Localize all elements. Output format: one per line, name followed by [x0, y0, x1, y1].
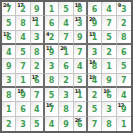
- cell-r4c5[interactable]: 201: [59, 45, 73, 59]
- cell-digit: 5: [92, 105, 98, 113]
- cell-r4c6[interactable]: 7: [74, 45, 88, 59]
- cell-r4c3[interactable]: 8: [31, 45, 45, 59]
- cell-digit: 8: [34, 48, 40, 56]
- cell-r3c7[interactable]: 131: [88, 31, 102, 45]
- cell-r3c9[interactable]: 8: [117, 31, 131, 45]
- cell-digit: 6: [92, 5, 98, 13]
- cell-r4c4[interactable]: 119: [45, 45, 59, 59]
- cell-r9c5[interactable]: 9: [59, 117, 73, 131]
- cell-digit: 1: [20, 76, 26, 84]
- cell-digit: 8: [106, 120, 112, 128]
- cell-r8c5[interactable]: 8: [59, 102, 73, 116]
- cell-digit: 7: [121, 76, 127, 84]
- cell-r9c8[interactable]: 8: [102, 117, 116, 131]
- cell-r7c7[interactable]: 2: [88, 88, 102, 102]
- cell-digit: 8: [92, 62, 98, 70]
- cell-digit: 6: [6, 33, 12, 41]
- cell-r4c9[interactable]: 6: [117, 45, 131, 59]
- cell-digit: 1: [6, 105, 12, 113]
- cell-r8c7[interactable]: 5: [88, 102, 102, 116]
- cell-r7c6[interactable]: 111: [74, 88, 88, 102]
- cell-r3c2[interactable]: 4: [16, 31, 30, 45]
- cell-r8c3[interactable]: 4: [31, 102, 45, 116]
- cell-r8c4[interactable]: 167: [45, 102, 59, 116]
- cell-digit: 5: [20, 48, 26, 56]
- cell-digit: 2: [6, 120, 12, 128]
- cell-digit: 5: [49, 91, 55, 99]
- cell-r6c9[interactable]: 7: [117, 74, 131, 88]
- cell-digit: 9: [63, 120, 69, 128]
- cell-r7c5[interactable]: 3: [59, 88, 73, 102]
- cell-digit: 9: [49, 48, 55, 56]
- cell-r8c9[interactable]: 129: [117, 102, 131, 116]
- cell-r3c6[interactable]: 9: [74, 31, 88, 45]
- cell-digit: 2: [20, 5, 26, 13]
- cell-digit: 6: [63, 62, 69, 70]
- cell-digit: 7: [77, 48, 83, 56]
- cell-digit: 2: [92, 91, 98, 99]
- cell-r2c7[interactable]: 209: [88, 16, 102, 30]
- cell-r2c3[interactable]: 121: [31, 16, 45, 30]
- cell-digit: 9: [20, 91, 26, 99]
- cell-r1c2[interactable]: 172: [16, 2, 30, 16]
- cell-r2c5[interactable]: 4: [59, 16, 73, 30]
- cell-digit: 3: [77, 19, 83, 27]
- cell-digit: 4: [121, 91, 127, 99]
- cell-digit: 4: [106, 5, 112, 13]
- cell-r9c3[interactable]: 5: [31, 117, 45, 131]
- cell-r9c7[interactable]: 7: [88, 117, 102, 131]
- cell-digit: 4: [20, 33, 26, 41]
- cell-r5c4[interactable]: 3: [45, 59, 59, 73]
- cell-r5c9[interactable]: 5: [117, 59, 131, 73]
- cell-r7c2[interactable]: 189: [16, 88, 30, 102]
- cell-r4c8[interactable]: 2: [102, 45, 116, 59]
- cell-r2c1[interactable]: 5: [2, 16, 16, 30]
- cell-digit: 1: [121, 120, 127, 128]
- cell-r5c1[interactable]: 9: [2, 59, 16, 73]
- cell-digit: 2: [106, 48, 112, 56]
- cell-digit: 1: [77, 91, 83, 99]
- cell-r9c9[interactable]: 1: [117, 117, 131, 131]
- cell-r5c6[interactable]: 4: [74, 59, 88, 73]
- cell-r3c8[interactable]: 5: [102, 31, 116, 45]
- cell-digit: 3: [49, 62, 55, 70]
- cell-digit: 4: [77, 62, 83, 70]
- cell-digit: 9: [121, 105, 127, 113]
- cell-r4c1[interactable]: 4: [2, 45, 16, 59]
- cell-digit: 9: [34, 5, 40, 13]
- cell-digit: 4: [6, 48, 12, 56]
- cell-r1c8[interactable]: 4: [102, 2, 116, 16]
- cell-digit: 6: [77, 120, 83, 128]
- cell-r3c4[interactable]: 42: [45, 31, 59, 45]
- cell-digit: 6: [106, 91, 112, 99]
- cell-digit: 5: [106, 33, 112, 41]
- cell-digit: 3: [106, 105, 112, 113]
- cell-r7c3[interactable]: 7: [31, 88, 45, 102]
- cell-r2c4[interactable]: 6: [45, 16, 59, 30]
- cell-digit: 2: [34, 62, 40, 70]
- cell-digit: 1: [106, 62, 112, 70]
- cell-digit: 8: [6, 91, 12, 99]
- cell-digit: 4: [34, 105, 40, 113]
- cell-r2c8[interactable]: 7: [102, 16, 116, 30]
- cell-r5c3[interactable]: 2: [31, 59, 45, 73]
- cell-digit: 3: [6, 76, 12, 84]
- cell-r1c1[interactable]: 247: [2, 2, 16, 16]
- cell-digit: 2: [77, 105, 83, 113]
- cell-digit: 2: [121, 19, 127, 27]
- cell-digit: 7: [63, 33, 69, 41]
- cell-r6c8[interactable]: 9: [102, 74, 116, 88]
- cell-r4c2[interactable]: 5: [16, 45, 30, 59]
- cell-r9c2[interactable]: 3: [16, 117, 30, 131]
- cell-digit: 6: [34, 76, 40, 84]
- cell-digit: 4: [92, 76, 98, 84]
- cell-digit: 6: [121, 48, 127, 56]
- cell-r7c8[interactable]: 106: [102, 88, 116, 102]
- cell-r1c5[interactable]: 5: [59, 2, 73, 16]
- cell-r9c1[interactable]: 2: [2, 117, 16, 131]
- cell-digit: 5: [77, 76, 83, 84]
- cell-digit: 9: [92, 19, 98, 27]
- cell-digit: 7: [92, 120, 98, 128]
- cell-digit: 8: [49, 76, 55, 84]
- cell-digit: 2: [49, 33, 55, 41]
- cell-digit: 5: [63, 5, 69, 13]
- cell-r6c3[interactable]: 176: [31, 74, 45, 88]
- cell-r2c9[interactable]: 2: [117, 16, 131, 30]
- cell-digit: 8: [63, 105, 69, 113]
- cell-r6c4[interactable]: 8: [45, 74, 59, 88]
- cell-digit: 3: [63, 91, 69, 99]
- cell-digit: 7: [34, 91, 40, 99]
- cell-digit: 9: [6, 62, 12, 70]
- cell-r1c3[interactable]: 9: [31, 2, 45, 16]
- cell-digit: 5: [121, 62, 127, 70]
- cell-digit: 3: [92, 48, 98, 56]
- cell-r7c4[interactable]: 5: [45, 88, 59, 102]
- cell-r6c2[interactable]: 1: [16, 74, 30, 88]
- cell-r1c7[interactable]: 6: [88, 2, 102, 16]
- cell-r4c7[interactable]: 3: [88, 45, 102, 59]
- cell-digit: 6: [20, 105, 26, 113]
- cell-r3c3[interactable]: 3: [31, 31, 45, 45]
- cell-r8c2[interactable]: 6: [16, 102, 30, 116]
- cell-r7c1[interactable]: 8: [2, 88, 16, 102]
- cell-digit: 5: [34, 120, 40, 128]
- cell-r3c1[interactable]: 136: [2, 31, 16, 45]
- cell-r2c6[interactable]: 173: [74, 16, 88, 30]
- cell-r5c5[interactable]: 6: [59, 59, 73, 73]
- cell-digit: 1: [63, 48, 69, 56]
- cell-digit: 8: [121, 33, 127, 41]
- cell-r8c1[interactable]: 1: [2, 102, 16, 116]
- cell-r1c6[interactable]: 188: [74, 2, 88, 16]
- cell-r3c5[interactable]: 7: [59, 31, 73, 45]
- cell-r8c8[interactable]: 3: [102, 102, 116, 116]
- cell-digit: 1: [49, 5, 55, 13]
- cell-digit: 9: [77, 33, 83, 41]
- cell-digit: 4: [49, 120, 55, 128]
- cell-digit: 3: [20, 120, 26, 128]
- cell-r9c4[interactable]: 4: [45, 117, 59, 131]
- cell-r5c2[interactable]: 7: [16, 59, 30, 73]
- cell-r6c5[interactable]: 2: [59, 74, 73, 88]
- cell-digit: 3: [34, 33, 40, 41]
- cell-digit: 2: [63, 76, 69, 84]
- cell-digit: 8: [20, 19, 26, 27]
- cell-r5c7[interactable]: 148: [88, 59, 102, 73]
- killer-sudoku-board: 2471729151886493581216417320972136434279…: [0, 0, 133, 133]
- cell-r6c1[interactable]: 3: [2, 74, 16, 88]
- cell-r1c4[interactable]: 1: [45, 2, 59, 16]
- cell-digit: 7: [20, 62, 26, 70]
- cell-r5c8[interactable]: 1: [102, 59, 116, 73]
- cell-digit: 9: [106, 76, 112, 84]
- cell-r6c6[interactable]: 5: [74, 74, 88, 88]
- cell-digit: 7: [6, 5, 12, 13]
- cell-digit: 3: [121, 5, 127, 13]
- cell-r8c6[interactable]: 2: [74, 102, 88, 116]
- cell-digit: 1: [34, 19, 40, 27]
- cell-r9c6[interactable]: 266: [74, 117, 88, 131]
- cell-digit: 8: [77, 5, 83, 13]
- cell-digit: 6: [49, 19, 55, 27]
- cell-r1c9[interactable]: 93: [117, 2, 131, 16]
- cell-r6c7[interactable]: 194: [88, 74, 102, 88]
- cell-digit: 1: [92, 33, 98, 41]
- cell-r2c2[interactable]: 8: [16, 16, 30, 30]
- cell-digit: 5: [6, 19, 12, 27]
- cell-digit: 7: [49, 105, 55, 113]
- cell-digit: 7: [106, 19, 112, 27]
- cell-digit: 4: [63, 19, 69, 27]
- cell-r7c9[interactable]: 4: [117, 88, 131, 102]
